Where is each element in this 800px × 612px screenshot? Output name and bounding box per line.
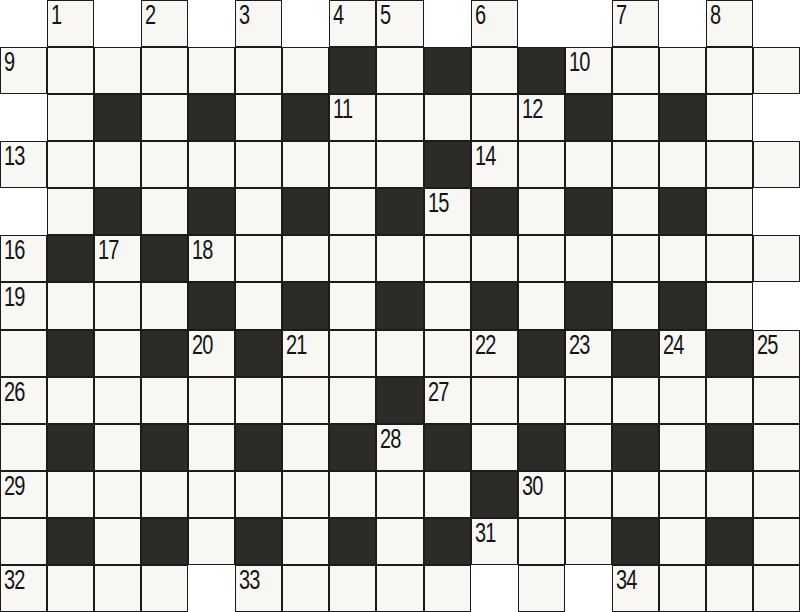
letter-cell[interactable]: [518, 565, 565, 612]
letter-cell[interactable]: 32: [0, 565, 47, 612]
letter-cell[interactable]: [424, 565, 471, 612]
letter-cell[interactable]: [612, 47, 659, 94]
letter-cell[interactable]: [282, 141, 329, 188]
letter-cell[interactable]: 16: [0, 235, 47, 282]
clue-number: 30: [522, 473, 543, 500]
letter-cell[interactable]: [141, 188, 188, 235]
letter-cell[interactable]: [706, 141, 753, 188]
letter-cell[interactable]: [424, 94, 471, 141]
letter-cell[interactable]: [471, 424, 518, 471]
black-cell: [471, 188, 518, 235]
letter-cell[interactable]: [565, 377, 612, 424]
black-cell: [424, 47, 471, 94]
letter-cell[interactable]: [376, 471, 423, 518]
letter-cell[interactable]: [471, 377, 518, 424]
letter-cell[interactable]: 20: [188, 330, 235, 377]
letter-cell[interactable]: [282, 47, 329, 94]
letter-cell[interactable]: [94, 377, 141, 424]
letter-cell[interactable]: 5: [376, 0, 423, 47]
letter-cell[interactable]: [376, 235, 423, 282]
black-cell: [47, 330, 94, 377]
void-cell: [753, 94, 800, 141]
letter-cell[interactable]: [94, 471, 141, 518]
letter-cell[interactable]: [612, 141, 659, 188]
letter-cell[interactable]: [188, 424, 235, 471]
letter-cell[interactable]: [329, 565, 376, 612]
letter-cell[interactable]: 6: [471, 0, 518, 47]
clue-number: 8: [710, 2, 720, 29]
black-cell: [565, 282, 612, 329]
letter-cell[interactable]: [141, 471, 188, 518]
clue-number: 20: [192, 332, 213, 359]
letter-cell[interactable]: [94, 141, 141, 188]
black-cell: [329, 47, 376, 94]
clue-number: 2: [145, 2, 155, 29]
letter-cell[interactable]: [329, 141, 376, 188]
letter-cell[interactable]: [518, 141, 565, 188]
black-cell: [329, 518, 376, 565]
letter-cell[interactable]: [471, 235, 518, 282]
letter-cell[interactable]: [565, 235, 612, 282]
black-cell: [424, 141, 471, 188]
letter-cell[interactable]: [659, 424, 706, 471]
letter-cell[interactable]: [471, 94, 518, 141]
letter-cell[interactable]: [565, 424, 612, 471]
black-cell: [282, 188, 329, 235]
letter-cell[interactable]: 7: [612, 0, 659, 47]
clue-number: 26: [4, 379, 25, 406]
letter-cell[interactable]: [188, 377, 235, 424]
letter-cell[interactable]: [47, 141, 94, 188]
letter-cell[interactable]: [659, 47, 706, 94]
letter-cell[interactable]: 17: [94, 235, 141, 282]
black-cell: [235, 330, 282, 377]
letter-cell[interactable]: [47, 94, 94, 141]
black-cell: [706, 424, 753, 471]
letter-cell[interactable]: [753, 471, 800, 518]
letter-cell[interactable]: [706, 471, 753, 518]
clue-number: 17: [98, 237, 119, 264]
clue-number: 1: [51, 2, 61, 29]
letter-cell[interactable]: [329, 377, 376, 424]
letter-cell[interactable]: [376, 47, 423, 94]
black-cell: [612, 424, 659, 471]
black-cell: [518, 47, 565, 94]
letter-cell[interactable]: [94, 330, 141, 377]
letter-cell[interactable]: [282, 424, 329, 471]
letter-cell[interactable]: [424, 282, 471, 329]
void-cell: [94, 0, 141, 47]
black-cell: [141, 235, 188, 282]
letter-cell[interactable]: 10: [565, 47, 612, 94]
letter-cell[interactable]: [706, 188, 753, 235]
letter-cell[interactable]: [141, 47, 188, 94]
clue-number: 14: [475, 143, 496, 170]
black-cell: [706, 518, 753, 565]
letter-cell[interactable]: 21: [282, 330, 329, 377]
letter-cell[interactable]: [235, 377, 282, 424]
black-cell: [518, 330, 565, 377]
letter-cell[interactable]: [518, 282, 565, 329]
clue-number: 25: [757, 332, 778, 359]
black-cell: [235, 518, 282, 565]
letter-cell[interactable]: [376, 565, 423, 612]
letter-cell[interactable]: [235, 47, 282, 94]
letter-cell[interactable]: [424, 235, 471, 282]
clue-number: 18: [192, 237, 213, 264]
clue-number: 33: [239, 567, 260, 594]
letter-cell[interactable]: [376, 141, 423, 188]
letter-cell[interactable]: 8: [706, 0, 753, 47]
letter-cell[interactable]: 14: [471, 141, 518, 188]
letter-cell[interactable]: [282, 565, 329, 612]
void-cell: [0, 0, 47, 47]
letter-cell[interactable]: [94, 282, 141, 329]
letter-cell[interactable]: [753, 424, 800, 471]
clue-number: 15: [428, 190, 449, 217]
black-cell: [141, 330, 188, 377]
clue-number: 6: [475, 2, 485, 29]
black-cell: [518, 424, 565, 471]
letter-cell[interactable]: [706, 47, 753, 94]
letter-cell[interactable]: 15: [424, 188, 471, 235]
void-cell: [0, 94, 47, 141]
letter-cell[interactable]: 11: [329, 94, 376, 141]
letter-cell[interactable]: [141, 282, 188, 329]
letter-cell[interactable]: [188, 141, 235, 188]
letter-cell[interactable]: 31: [471, 518, 518, 565]
letter-cell[interactable]: [706, 565, 753, 612]
letter-cell[interactable]: [282, 235, 329, 282]
letter-cell[interactable]: [753, 377, 800, 424]
letter-cell[interactable]: [659, 141, 706, 188]
letter-cell[interactable]: [0, 330, 47, 377]
letter-cell[interactable]: 1: [47, 0, 94, 47]
void-cell: [659, 0, 706, 47]
crossword-page: 1234567891011121314151617181920212223242…: [0, 0, 800, 612]
black-cell: [47, 235, 94, 282]
clue-number: 5: [380, 2, 390, 29]
letter-cell[interactable]: [753, 47, 800, 94]
letter-cell[interactable]: [235, 94, 282, 141]
letter-cell[interactable]: 25: [753, 330, 800, 377]
clue-number: 24: [663, 332, 684, 359]
clue-number: 7: [616, 2, 626, 29]
letter-cell[interactable]: [706, 235, 753, 282]
black-cell: [565, 94, 612, 141]
black-cell: [471, 471, 518, 518]
letter-cell[interactable]: 26: [0, 377, 47, 424]
void-cell: [753, 282, 800, 329]
letter-cell[interactable]: 29: [0, 471, 47, 518]
black-cell: [612, 518, 659, 565]
letter-cell[interactable]: [376, 330, 423, 377]
clue-number: 34: [616, 567, 637, 594]
letter-cell[interactable]: 30: [518, 471, 565, 518]
letter-cell[interactable]: [753, 518, 800, 565]
letter-cell[interactable]: 23: [565, 330, 612, 377]
void-cell: [0, 188, 47, 235]
letter-cell[interactable]: [659, 518, 706, 565]
black-cell: [94, 94, 141, 141]
letter-cell[interactable]: [188, 47, 235, 94]
black-cell: [47, 518, 94, 565]
black-cell: [376, 377, 423, 424]
letter-cell[interactable]: [706, 377, 753, 424]
letter-cell[interactable]: [282, 377, 329, 424]
letter-cell[interactable]: [47, 377, 94, 424]
black-cell: [424, 518, 471, 565]
letter-cell[interactable]: 12: [518, 94, 565, 141]
letter-cell[interactable]: [612, 377, 659, 424]
letter-cell[interactable]: 13: [0, 141, 47, 188]
letter-cell[interactable]: [753, 565, 800, 612]
letter-cell[interactable]: [188, 518, 235, 565]
letter-cell[interactable]: 9: [0, 47, 47, 94]
clue-number: 28: [380, 426, 401, 453]
letter-cell[interactable]: [424, 471, 471, 518]
letter-cell[interactable]: [141, 565, 188, 612]
letter-cell[interactable]: [235, 471, 282, 518]
letter-cell[interactable]: [0, 518, 47, 565]
black-cell: [329, 424, 376, 471]
black-cell: [706, 330, 753, 377]
clue-number: 23: [569, 332, 590, 359]
void-cell: [753, 0, 800, 47]
letter-cell[interactable]: [659, 471, 706, 518]
letter-cell[interactable]: [753, 141, 800, 188]
letter-cell[interactable]: [565, 518, 612, 565]
letter-cell[interactable]: [659, 377, 706, 424]
letter-cell[interactable]: [376, 94, 423, 141]
clue-number: 4: [333, 2, 343, 29]
letter-cell[interactable]: [376, 518, 423, 565]
black-cell: [659, 282, 706, 329]
letter-cell[interactable]: 28: [376, 424, 423, 471]
void-cell: [753, 188, 800, 235]
letter-cell[interactable]: 22: [471, 330, 518, 377]
black-cell: [424, 424, 471, 471]
letter-cell[interactable]: [235, 141, 282, 188]
letter-cell[interactable]: [188, 471, 235, 518]
void-cell: [471, 565, 518, 612]
black-cell: [141, 518, 188, 565]
black-cell: [188, 188, 235, 235]
letter-cell[interactable]: [659, 565, 706, 612]
letter-cell[interactable]: [94, 518, 141, 565]
letter-cell[interactable]: [612, 471, 659, 518]
black-cell: [94, 188, 141, 235]
letter-cell[interactable]: [47, 471, 94, 518]
letter-cell[interactable]: [518, 377, 565, 424]
letter-cell[interactable]: [518, 235, 565, 282]
black-cell: [188, 94, 235, 141]
letter-cell[interactable]: [141, 94, 188, 141]
black-cell: [282, 94, 329, 141]
clue-number: 19: [4, 284, 25, 311]
crossword-board: 1234567891011121314151617181920212223242…: [0, 0, 800, 612]
letter-cell[interactable]: [282, 518, 329, 565]
letter-cell[interactable]: [612, 235, 659, 282]
letter-cell[interactable]: [47, 188, 94, 235]
clue-number: 21: [286, 332, 307, 359]
black-cell: [282, 282, 329, 329]
clue-number: 12: [522, 96, 543, 123]
letter-cell[interactable]: [753, 235, 800, 282]
letter-cell[interactable]: 24: [659, 330, 706, 377]
black-cell: [376, 188, 423, 235]
void-cell: [518, 0, 565, 47]
letter-cell[interactable]: [659, 235, 706, 282]
letter-cell[interactable]: [565, 471, 612, 518]
letter-cell[interactable]: 2: [141, 0, 188, 47]
letter-cell[interactable]: [47, 47, 94, 94]
clue-number: 10: [569, 49, 590, 76]
letter-cell[interactable]: [94, 47, 141, 94]
black-cell: [235, 424, 282, 471]
letter-cell[interactable]: [612, 94, 659, 141]
clue-number: 32: [4, 567, 25, 594]
letter-cell[interactable]: [518, 188, 565, 235]
letter-cell[interactable]: [235, 235, 282, 282]
letter-cell[interactable]: [235, 188, 282, 235]
letter-cell[interactable]: [141, 377, 188, 424]
letter-cell[interactable]: [471, 47, 518, 94]
letter-cell[interactable]: [329, 471, 376, 518]
clue-number: 31: [475, 520, 496, 547]
letter-cell[interactable]: [706, 282, 753, 329]
letter-cell[interactable]: 33: [235, 565, 282, 612]
letter-cell[interactable]: [424, 330, 471, 377]
void-cell: [282, 0, 329, 47]
letter-cell[interactable]: [329, 235, 376, 282]
black-cell: [612, 330, 659, 377]
void-cell: [565, 565, 612, 612]
clue-number: 22: [475, 332, 496, 359]
letter-cell[interactable]: [329, 330, 376, 377]
letter-cell[interactable]: 34: [612, 565, 659, 612]
black-cell: [141, 424, 188, 471]
clue-number: 16: [4, 237, 25, 264]
clue-number: 27: [428, 379, 449, 406]
letter-cell[interactable]: [282, 471, 329, 518]
clue-number: 29: [4, 473, 25, 500]
black-cell: [47, 424, 94, 471]
void-cell: [565, 0, 612, 47]
letter-cell[interactable]: [518, 518, 565, 565]
black-cell: [188, 282, 235, 329]
black-cell: [659, 94, 706, 141]
letter-cell[interactable]: [329, 188, 376, 235]
clue-number: 11: [333, 96, 352, 123]
black-cell: [376, 282, 423, 329]
letter-cell[interactable]: [141, 141, 188, 188]
letter-cell[interactable]: [235, 282, 282, 329]
letter-cell[interactable]: [94, 424, 141, 471]
letter-cell[interactable]: [47, 565, 94, 612]
letter-cell[interactable]: [612, 282, 659, 329]
void-cell: [188, 0, 235, 47]
letter-cell[interactable]: [0, 424, 47, 471]
clue-number: 3: [239, 2, 249, 29]
letter-cell[interactable]: [329, 282, 376, 329]
black-cell: [565, 188, 612, 235]
letter-cell[interactable]: 4: [329, 0, 376, 47]
clue-number: 13: [4, 143, 25, 170]
letter-cell[interactable]: 18: [188, 235, 235, 282]
letter-cell[interactable]: 19: [0, 282, 47, 329]
clue-number: 9: [4, 49, 14, 76]
letter-cell[interactable]: [565, 141, 612, 188]
letter-cell[interactable]: 27: [424, 377, 471, 424]
letter-cell[interactable]: [706, 94, 753, 141]
letter-cell[interactable]: [47, 282, 94, 329]
void-cell: [424, 0, 471, 47]
black-cell: [471, 282, 518, 329]
black-cell: [659, 188, 706, 235]
letter-cell[interactable]: [94, 565, 141, 612]
letter-cell[interactable]: [612, 188, 659, 235]
letter-cell[interactable]: 3: [235, 0, 282, 47]
void-cell: [188, 565, 235, 612]
